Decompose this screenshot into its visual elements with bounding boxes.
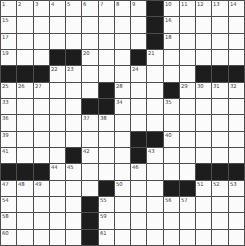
- cell-r14c8[interactable]: [115, 213, 130, 228]
- cell-r13c2[interactable]: [17, 197, 32, 212]
- cell-r15c9[interactable]: [131, 230, 146, 245]
- cell-number: 58: [2, 213, 9, 219]
- cell-number: 59: [100, 213, 107, 219]
- cell-r8c4[interactable]: [50, 115, 65, 130]
- cell-r9c2[interactable]: [17, 132, 32, 147]
- cell-r12c10[interactable]: [147, 181, 162, 196]
- cell-number: 34: [116, 99, 123, 105]
- cell-r7c2[interactable]: [17, 99, 32, 114]
- cell-r13c4[interactable]: [50, 197, 65, 212]
- cell-number: 43: [148, 148, 155, 154]
- cell-r2c8[interactable]: [115, 17, 130, 32]
- black-cell-r5c14: [212, 66, 227, 81]
- cell-r15c1[interactable]: 60: [1, 230, 16, 245]
- cell-r11c8[interactable]: [115, 164, 130, 179]
- cell-r7c1[interactable]: 33: [1, 99, 16, 114]
- cell-r15c12[interactable]: [180, 230, 195, 245]
- cell-number: 61: [100, 230, 107, 236]
- cell-r2c14[interactable]: [212, 17, 227, 32]
- cell-r4c1[interactable]: 19: [1, 50, 16, 65]
- cell-r9c14[interactable]: [212, 132, 227, 147]
- black-cell-r12c7: [99, 181, 114, 196]
- cell-r11c12[interactable]: [180, 164, 195, 179]
- black-cell-r12c11: [164, 181, 179, 196]
- cell-r1c7[interactable]: 7: [99, 1, 114, 16]
- black-cell-r5c3: [34, 66, 49, 81]
- cell-r3c1[interactable]: 17: [1, 34, 16, 49]
- cell-r15c10[interactable]: [147, 230, 162, 245]
- cell-r10c4[interactable]: [50, 148, 65, 163]
- cell-r1c9[interactable]: 9: [131, 1, 146, 16]
- cell-r4c14[interactable]: [212, 50, 227, 65]
- cell-r1c2[interactable]: 2: [17, 1, 32, 16]
- cell-r7c13[interactable]: [196, 99, 211, 114]
- cell-number: 18: [165, 34, 172, 40]
- black-cell-r11c14: [212, 164, 227, 179]
- cell-number: 55: [100, 197, 107, 203]
- cell-r12c1[interactable]: 47: [1, 181, 16, 196]
- cell-number: 20: [83, 50, 90, 56]
- cell-r15c2[interactable]: [17, 230, 32, 245]
- black-cell-r5c15: [229, 66, 244, 81]
- cell-number: 42: [83, 148, 90, 154]
- cell-r1c5[interactable]: 5: [66, 1, 81, 16]
- cell-r13c14[interactable]: [212, 197, 227, 212]
- cell-r3c7[interactable]: [99, 34, 114, 49]
- cell-r5c12[interactable]: [180, 66, 195, 81]
- black-cell-r9c9: [131, 132, 146, 147]
- cell-r6c14[interactable]: 31: [212, 83, 227, 98]
- cell-r6c10[interactable]: [147, 83, 162, 98]
- black-cell-r4c9: [131, 50, 146, 65]
- cell-r9c7[interactable]: [99, 132, 114, 147]
- cell-r14c2[interactable]: [17, 213, 32, 228]
- cell-r8c5[interactable]: [66, 115, 81, 130]
- cell-r4c2[interactable]: [17, 50, 32, 65]
- cell-r3c5[interactable]: [66, 34, 81, 49]
- cell-r13c8[interactable]: [115, 197, 130, 212]
- cell-r5c8[interactable]: [115, 66, 130, 81]
- cell-number: 36: [2, 115, 9, 121]
- cell-number: 47: [2, 181, 9, 187]
- black-cell-r11c13: [196, 164, 211, 179]
- cell-r1c6[interactable]: 6: [82, 1, 97, 16]
- cell-r3c2[interactable]: [17, 34, 32, 49]
- cell-r12c5[interactable]: [66, 181, 81, 196]
- cell-r1c8[interactable]: 8: [115, 1, 130, 16]
- cell-number: 26: [18, 83, 25, 89]
- cell-r2c6[interactable]: [82, 17, 97, 32]
- cell-r2c4[interactable]: [50, 17, 65, 32]
- cell-number: 30: [197, 83, 204, 89]
- cell-r8c15[interactable]: [229, 115, 244, 130]
- cell-r14c12[interactable]: [180, 213, 195, 228]
- cell-r1c13[interactable]: 12: [196, 1, 211, 16]
- cell-r8c12[interactable]: [180, 115, 195, 130]
- cell-r14c3[interactable]: [34, 213, 49, 228]
- cell-r15c4[interactable]: [50, 230, 65, 245]
- cell-r14c14[interactable]: [212, 213, 227, 228]
- black-cell-r13c6: [82, 197, 97, 212]
- cell-r14c15[interactable]: [229, 213, 244, 228]
- cell-number: 3: [35, 1, 38, 7]
- cell-r13c3[interactable]: [34, 197, 49, 212]
- black-cell-r6c7: [99, 83, 114, 98]
- cell-r7c9[interactable]: [131, 99, 146, 114]
- cell-r8c8[interactable]: [115, 115, 130, 130]
- cell-r5c5[interactable]: 23: [66, 66, 81, 81]
- cell-r14c11[interactable]: [164, 213, 179, 228]
- cell-r14c4[interactable]: [50, 213, 65, 228]
- cell-r10c8[interactable]: [115, 148, 130, 163]
- cell-r2c11[interactable]: 16: [164, 17, 179, 32]
- cell-r10c15[interactable]: [229, 148, 244, 163]
- black-cell-r4c5: [66, 50, 81, 65]
- cell-number: 4: [51, 1, 54, 7]
- cell-r13c10[interactable]: [147, 197, 162, 212]
- cell-r1c15[interactable]: 14: [229, 1, 244, 16]
- cell-r9c4[interactable]: [50, 132, 65, 147]
- cell-r9c15[interactable]: [229, 132, 244, 147]
- cell-r11c11[interactable]: [164, 164, 179, 179]
- cell-r13c13[interactable]: [196, 197, 211, 212]
- cell-r14c7[interactable]: 59: [99, 213, 114, 228]
- cell-r3c3[interactable]: [34, 34, 49, 49]
- cell-r1c3[interactable]: 3: [34, 1, 49, 16]
- cell-r5c4[interactable]: 22: [50, 66, 65, 81]
- cell-r12c2[interactable]: 48: [17, 181, 32, 196]
- cell-r13c7[interactable]: 55: [99, 197, 114, 212]
- cell-r2c15[interactable]: [229, 17, 244, 32]
- cell-number: 15: [2, 17, 9, 23]
- cell-r15c8[interactable]: [115, 230, 130, 245]
- cell-r5c7[interactable]: [99, 66, 114, 81]
- cell-r10c13[interactable]: [196, 148, 211, 163]
- cell-r14c13[interactable]: [196, 213, 211, 228]
- cell-number: 5: [67, 1, 70, 7]
- cell-r10c12[interactable]: [180, 148, 195, 163]
- cell-r6c2[interactable]: 26: [17, 83, 32, 98]
- cell-r1c4[interactable]: 4: [50, 1, 65, 16]
- cell-r9c1[interactable]: 39: [1, 132, 16, 147]
- black-cell-r11c3: [34, 164, 49, 179]
- cell-number: 56: [165, 197, 172, 203]
- black-cell-r2c10: [147, 17, 162, 32]
- cell-r6c5[interactable]: [66, 83, 81, 98]
- cell-r4c7[interactable]: [99, 50, 114, 65]
- cell-r9c12[interactable]: [180, 132, 195, 147]
- cell-number: 19: [2, 50, 9, 56]
- black-cell-r11c1: [1, 164, 16, 179]
- cell-r10c6[interactable]: 42: [82, 148, 97, 163]
- cell-r7c11[interactable]: 35: [164, 99, 179, 114]
- cell-r13c9[interactable]: [131, 197, 146, 212]
- cell-r13c15[interactable]: [229, 197, 244, 212]
- cell-r9c5[interactable]: [66, 132, 81, 147]
- cell-r3c8[interactable]: [115, 34, 130, 49]
- cell-r7c8[interactable]: 34: [115, 99, 130, 114]
- cell-r3c4[interactable]: [50, 34, 65, 49]
- cell-r9c8[interactable]: [115, 132, 130, 147]
- cell-number: 7: [100, 1, 103, 7]
- cell-r3c15[interactable]: [229, 34, 244, 49]
- cell-r11c6[interactable]: [82, 164, 97, 179]
- cell-number: 29: [181, 83, 188, 89]
- cell-number: 21: [148, 50, 155, 56]
- black-cell-r10c9: [131, 148, 146, 163]
- cell-number: 10: [165, 1, 172, 7]
- crossword-grid: 1234567891011121314151617181920212223242…: [0, 0, 245, 246]
- cell-number: 27: [35, 83, 42, 89]
- cell-r10c1[interactable]: 41: [1, 148, 16, 163]
- cell-r8c11[interactable]: [164, 115, 179, 130]
- cell-r14c5[interactable]: [66, 213, 81, 228]
- cell-r11c5[interactable]: 45: [66, 164, 81, 179]
- black-cell-r11c2: [17, 164, 32, 179]
- cell-r8c6[interactable]: 37: [82, 115, 97, 130]
- cell-number: 57: [181, 197, 188, 203]
- cell-number: 48: [18, 181, 25, 187]
- cell-r8c14[interactable]: [212, 115, 227, 130]
- cell-r8c13[interactable]: [196, 115, 211, 130]
- cell-r4c3[interactable]: [34, 50, 49, 65]
- cell-r13c5[interactable]: [66, 197, 81, 212]
- black-cell-r9c10: [147, 132, 162, 147]
- cell-r6c15[interactable]: 32: [229, 83, 244, 98]
- cell-number: 2: [18, 1, 21, 7]
- cell-number: 41: [2, 148, 9, 154]
- cell-number: 37: [83, 115, 90, 121]
- cell-r3c6[interactable]: [82, 34, 97, 49]
- cell-r6c4[interactable]: [50, 83, 65, 98]
- cell-number: 31: [213, 83, 220, 89]
- cell-r12c6[interactable]: [82, 181, 97, 196]
- cell-r2c1[interactable]: 15: [1, 17, 16, 32]
- cell-r6c9[interactable]: [131, 83, 146, 98]
- cell-number: 45: [67, 164, 74, 170]
- cell-r7c5[interactable]: [66, 99, 81, 114]
- cell-r12c4[interactable]: [50, 181, 65, 196]
- cell-number: 35: [165, 99, 172, 105]
- cell-r2c2[interactable]: [17, 17, 32, 32]
- cell-r7c15[interactable]: [229, 99, 244, 114]
- cell-r14c10[interactable]: [147, 213, 162, 228]
- cell-r10c10[interactable]: 43: [147, 148, 162, 163]
- cell-r10c14[interactable]: [212, 148, 227, 163]
- cell-r2c5[interactable]: [66, 17, 81, 32]
- cell-number: 38: [100, 115, 107, 121]
- cell-number: 17: [2, 34, 9, 40]
- cell-r3c11[interactable]: 18: [164, 34, 179, 49]
- cell-r7c3[interactable]: [34, 99, 49, 114]
- cell-r4c11[interactable]: [164, 50, 179, 65]
- cell-number: 14: [230, 1, 237, 7]
- cell-r3c14[interactable]: [212, 34, 227, 49]
- cell-r13c12[interactable]: 57: [180, 197, 195, 212]
- black-cell-r6c11: [164, 83, 179, 98]
- cell-r6c1[interactable]: 25: [1, 83, 16, 98]
- cell-r8c7[interactable]: 38: [99, 115, 114, 130]
- cell-r6c12[interactable]: 29: [180, 83, 195, 98]
- cell-number: 28: [116, 83, 123, 89]
- cell-r1c11[interactable]: 10: [164, 1, 179, 16]
- cell-number: 40: [165, 132, 172, 138]
- black-cell-r10c5: [66, 148, 81, 163]
- cell-r4c6[interactable]: 20: [82, 50, 97, 65]
- cell-r11c4[interactable]: 44: [50, 164, 65, 179]
- cell-number: 25: [2, 83, 9, 89]
- cell-r5c11[interactable]: [164, 66, 179, 81]
- cell-r9c13[interactable]: [196, 132, 211, 147]
- black-cell-r5c13: [196, 66, 211, 81]
- cell-number: 39: [2, 132, 9, 138]
- cell-number: 33: [2, 99, 9, 105]
- cell-r10c3[interactable]: [34, 148, 49, 163]
- cell-r13c11[interactable]: 56: [164, 197, 179, 212]
- cell-r1c1[interactable]: 1: [1, 1, 16, 16]
- cell-number: 54: [2, 197, 9, 203]
- cell-number: 12: [197, 1, 204, 7]
- cell-r12c8[interactable]: 50: [115, 181, 130, 196]
- cell-r5c10[interactable]: [147, 66, 162, 81]
- cell-r6c8[interactable]: 28: [115, 83, 130, 98]
- cell-r15c5[interactable]: [66, 230, 81, 245]
- black-cell-r15c6: [82, 230, 97, 245]
- cell-number: 23: [67, 66, 74, 72]
- cell-r8c3[interactable]: [34, 115, 49, 130]
- black-cell-r12c12: [180, 181, 195, 196]
- cell-r15c15[interactable]: [229, 230, 244, 245]
- cell-number: 49: [35, 181, 42, 187]
- cell-r9c6[interactable]: [82, 132, 97, 147]
- black-cell-r14c6: [82, 213, 97, 228]
- black-cell-r4c4: [50, 50, 65, 65]
- cell-r15c7[interactable]: 61: [99, 230, 114, 245]
- black-cell-r5c2: [17, 66, 32, 81]
- cell-r11c7[interactable]: [99, 164, 114, 179]
- cell-r4c10[interactable]: 21: [147, 50, 162, 65]
- cell-r8c9[interactable]: [131, 115, 146, 130]
- cell-number: 52: [213, 181, 220, 187]
- cell-r9c3[interactable]: [34, 132, 49, 147]
- cell-r11c9[interactable]: 46: [131, 164, 146, 179]
- cell-r4c15[interactable]: [229, 50, 244, 65]
- cell-r12c15[interactable]: 53: [229, 181, 244, 196]
- cell-r3c9[interactable]: [131, 34, 146, 49]
- cell-r6c3[interactable]: 27: [34, 83, 49, 98]
- cell-r10c7[interactable]: [99, 148, 114, 163]
- cell-number: 13: [213, 1, 220, 7]
- cell-r12c13[interactable]: 51: [196, 181, 211, 196]
- cell-r10c2[interactable]: [17, 148, 32, 163]
- cell-r10c11[interactable]: [164, 148, 179, 163]
- cell-r2c3[interactable]: [34, 17, 49, 32]
- cell-r14c1[interactable]: 58: [1, 213, 16, 228]
- cell-r8c1[interactable]: 36: [1, 115, 16, 130]
- cell-r9c11[interactable]: 40: [164, 132, 179, 147]
- cell-r2c12[interactable]: [180, 17, 195, 32]
- cell-r3c12[interactable]: [180, 34, 195, 49]
- cell-r3c13[interactable]: [196, 34, 211, 49]
- black-cell-r11c15: [229, 164, 244, 179]
- cell-number: 6: [83, 1, 86, 7]
- cell-number: 53: [230, 181, 237, 187]
- cell-r12c9[interactable]: [131, 181, 146, 196]
- black-cell-r7c7: [99, 99, 114, 114]
- cell-r11c10[interactable]: [147, 164, 162, 179]
- black-cell-r7c6: [82, 99, 97, 114]
- cell-number: 24: [132, 66, 139, 72]
- cell-r12c3[interactable]: 49: [34, 181, 49, 196]
- cell-r1c12[interactable]: 11: [180, 1, 195, 16]
- cell-r4c13[interactable]: [196, 50, 211, 65]
- cell-number: 60: [2, 230, 9, 236]
- cell-r6c6[interactable]: [82, 83, 97, 98]
- cell-r7c14[interactable]: [212, 99, 227, 114]
- black-cell-r3c10: [147, 34, 162, 49]
- cell-r4c8[interactable]: [115, 50, 130, 65]
- cell-r15c14[interactable]: [212, 230, 227, 245]
- cell-r7c12[interactable]: [180, 99, 195, 114]
- cell-number: 44: [51, 164, 58, 170]
- cell-number: 16: [165, 17, 172, 23]
- cell-r15c13[interactable]: [196, 230, 211, 245]
- cell-number: 46: [132, 164, 139, 170]
- cell-r6c13[interactable]: 30: [196, 83, 211, 98]
- cell-number: 51: [197, 181, 204, 187]
- cell-r15c11[interactable]: [164, 230, 179, 245]
- cell-r5c6[interactable]: [82, 66, 97, 81]
- cell-r13c1[interactable]: 54: [1, 197, 16, 212]
- black-cell-r1c10: [147, 1, 162, 16]
- cell-r4c12[interactable]: [180, 50, 195, 65]
- cell-r2c7[interactable]: [99, 17, 114, 32]
- cell-r2c9[interactable]: [131, 17, 146, 32]
- black-cell-r5c1: [1, 66, 16, 81]
- cell-number: 50: [116, 181, 123, 187]
- cell-r14c9[interactable]: [131, 213, 146, 228]
- cell-number: 11: [181, 1, 188, 7]
- cell-number: 1: [2, 1, 5, 7]
- cell-r2c13[interactable]: [196, 17, 211, 32]
- cell-r7c10[interactable]: [147, 99, 162, 114]
- cell-number: 9: [132, 1, 135, 7]
- cell-r15c3[interactable]: [34, 230, 49, 245]
- cell-number: 32: [230, 83, 237, 89]
- cell-number: 8: [116, 1, 119, 7]
- cell-r7c4[interactable]: [50, 99, 65, 114]
- cell-number: 22: [51, 66, 58, 72]
- cell-r1c14[interactable]: 13: [212, 1, 227, 16]
- cell-r5c9[interactable]: 24: [131, 66, 146, 81]
- cell-r8c2[interactable]: [17, 115, 32, 130]
- cell-r8c10[interactable]: [147, 115, 162, 130]
- cell-r12c14[interactable]: 52: [212, 181, 227, 196]
